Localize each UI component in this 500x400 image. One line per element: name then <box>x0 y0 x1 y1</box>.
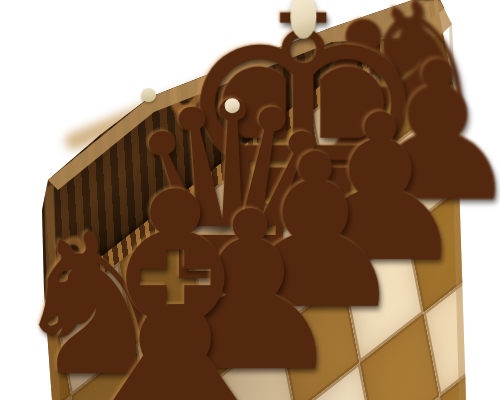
square-a8 <box>0 362 7 400</box>
rail-ivory-bead <box>141 88 156 102</box>
piece-bishop-d7: ♝ <box>35 152 316 400</box>
chess-set-photo: ♞♝♛♚♝♞♟♟♟♟ <box>0 0 500 400</box>
king-ivory-finial <box>290 0 316 39</box>
